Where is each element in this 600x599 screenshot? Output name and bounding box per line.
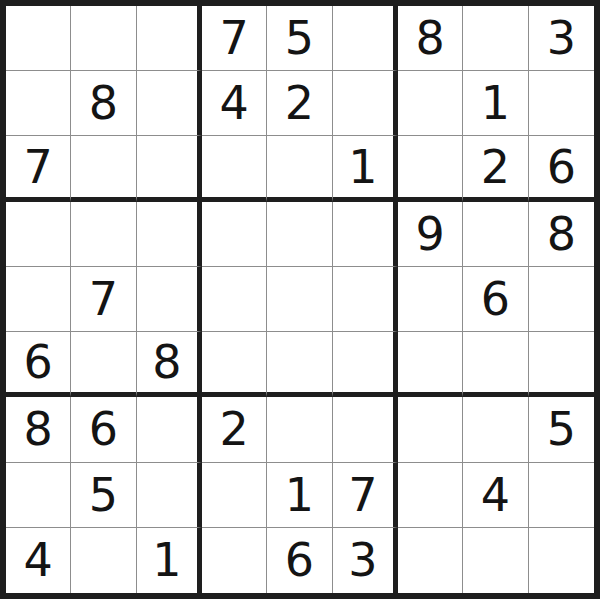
cell-r6c6[interactable]: [333, 332, 398, 397]
cell-r9c2[interactable]: [71, 528, 136, 593]
cell-r6c5[interactable]: [267, 332, 332, 397]
cell-r4c7[interactable]: 9: [398, 202, 463, 267]
cell-r6c9[interactable]: [529, 332, 594, 397]
cell-r8c2[interactable]: 5: [71, 463, 136, 528]
cell-r2c9[interactable]: [529, 71, 594, 136]
cell-r2c4[interactable]: 4: [202, 71, 267, 136]
cell-r5c8[interactable]: 6: [463, 267, 528, 332]
cell-r8c9[interactable]: [529, 463, 594, 528]
cell-r4c2[interactable]: [71, 202, 136, 267]
cell-r6c3[interactable]: 8: [137, 332, 202, 397]
cell-r7c9[interactable]: 5: [529, 397, 594, 462]
cell-r4c8[interactable]: [463, 202, 528, 267]
cell-r4c6[interactable]: [333, 202, 398, 267]
cell-r1c4[interactable]: 7: [202, 6, 267, 71]
cell-r6c8[interactable]: [463, 332, 528, 397]
cell-r2c1[interactable]: [6, 71, 71, 136]
cell-r8c3[interactable]: [137, 463, 202, 528]
cell-r2c6[interactable]: [333, 71, 398, 136]
cell-r1c2[interactable]: [71, 6, 136, 71]
cell-r3c6[interactable]: 1: [333, 136, 398, 201]
cell-r5c6[interactable]: [333, 267, 398, 332]
cell-r1c5[interactable]: 5: [267, 6, 332, 71]
cell-r4c3[interactable]: [137, 202, 202, 267]
cell-r5c3[interactable]: [137, 267, 202, 332]
cell-r1c3[interactable]: [137, 6, 202, 71]
cell-r7c7[interactable]: [398, 397, 463, 462]
cell-r4c1[interactable]: [6, 202, 71, 267]
cell-r5c2[interactable]: 7: [71, 267, 136, 332]
cell-r1c8[interactable]: [463, 6, 528, 71]
cell-r1c9[interactable]: 3: [529, 6, 594, 71]
cell-r6c4[interactable]: [202, 332, 267, 397]
cell-r8c8[interactable]: 4: [463, 463, 528, 528]
cell-r9c5[interactable]: 6: [267, 528, 332, 593]
cell-r6c7[interactable]: [398, 332, 463, 397]
cell-r5c1[interactable]: [6, 267, 71, 332]
cell-r1c1[interactable]: [6, 6, 71, 71]
cell-r9c6[interactable]: 3: [333, 528, 398, 593]
cell-r7c1[interactable]: 8: [6, 397, 71, 462]
cell-r5c5[interactable]: [267, 267, 332, 332]
cell-r2c8[interactable]: 1: [463, 71, 528, 136]
cell-r9c3[interactable]: 1: [137, 528, 202, 593]
cell-r8c1[interactable]: [6, 463, 71, 528]
cell-r3c9[interactable]: 6: [529, 136, 594, 201]
cell-r2c5[interactable]: 2: [267, 71, 332, 136]
cell-r3c5[interactable]: [267, 136, 332, 201]
cell-r9c9[interactable]: [529, 528, 594, 593]
cell-r8c7[interactable]: [398, 463, 463, 528]
cell-r1c6[interactable]: [333, 6, 398, 71]
cell-r3c7[interactable]: [398, 136, 463, 201]
cell-r5c7[interactable]: [398, 267, 463, 332]
cell-r6c1[interactable]: 6: [6, 332, 71, 397]
cell-r9c4[interactable]: [202, 528, 267, 593]
cell-r7c5[interactable]: [267, 397, 332, 462]
cell-r8c5[interactable]: 1: [267, 463, 332, 528]
sudoku-board: 758384217126987668862551744163: [0, 0, 600, 599]
cell-r3c4[interactable]: [202, 136, 267, 201]
cell-r3c3[interactable]: [137, 136, 202, 201]
cell-r6c2[interactable]: [71, 332, 136, 397]
cell-r9c8[interactable]: [463, 528, 528, 593]
cell-r3c8[interactable]: 2: [463, 136, 528, 201]
cell-r4c4[interactable]: [202, 202, 267, 267]
cell-r7c3[interactable]: [137, 397, 202, 462]
cell-r4c5[interactable]: [267, 202, 332, 267]
cell-r8c6[interactable]: 7: [333, 463, 398, 528]
cell-r2c2[interactable]: 8: [71, 71, 136, 136]
cell-r7c2[interactable]: 6: [71, 397, 136, 462]
cell-r3c1[interactable]: 7: [6, 136, 71, 201]
cell-r9c1[interactable]: 4: [6, 528, 71, 593]
cell-r8c4[interactable]: [202, 463, 267, 528]
cell-r5c9[interactable]: [529, 267, 594, 332]
cell-r9c7[interactable]: [398, 528, 463, 593]
cell-r2c7[interactable]: [398, 71, 463, 136]
cell-r5c4[interactable]: [202, 267, 267, 332]
cell-r7c4[interactable]: 2: [202, 397, 267, 462]
cell-r7c8[interactable]: [463, 397, 528, 462]
cell-r7c6[interactable]: [333, 397, 398, 462]
cell-r2c3[interactable]: [137, 71, 202, 136]
cell-r1c7[interactable]: 8: [398, 6, 463, 71]
cell-r4c9[interactable]: 8: [529, 202, 594, 267]
cell-r3c2[interactable]: [71, 136, 136, 201]
